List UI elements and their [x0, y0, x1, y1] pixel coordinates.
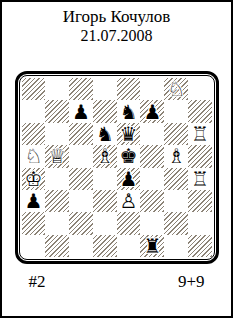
- square-b7: [45, 100, 69, 122]
- square-e7: ♞: [117, 100, 141, 122]
- square-h2: [188, 212, 212, 234]
- black-pawn-c7: ♟: [72, 102, 90, 122]
- square-b1: [45, 235, 69, 257]
- square-a2: [22, 212, 46, 234]
- square-g8: ♘: [164, 78, 188, 100]
- square-b8: [45, 78, 69, 100]
- chess-board-frame: ♘♟♞♟♞♛♖♘♕♗♚♗♔♟♖♟♙♜: [15, 71, 219, 264]
- square-a4: ♔: [22, 168, 46, 190]
- black-king-e5: ♚: [120, 146, 138, 166]
- square-g1: [164, 235, 188, 257]
- square-f8: [140, 78, 164, 100]
- square-c4: [69, 168, 93, 190]
- square-d8: [93, 78, 117, 100]
- square-b5: ♕: [45, 145, 69, 167]
- white-knight-a5: ♘: [24, 146, 42, 166]
- square-g3: [164, 190, 188, 212]
- square-h7: [188, 100, 212, 122]
- square-d7: [93, 100, 117, 122]
- square-b6: [45, 123, 69, 145]
- square-f3: [140, 190, 164, 212]
- square-d2: [93, 212, 117, 234]
- white-rook-h4: ♖: [191, 169, 209, 189]
- page: Игорь Кочулов 21.07.2008 ♘♟♞♟♞♛♖♘♕♗♚♗♔♟♖…: [0, 0, 233, 318]
- white-king-a4: ♔: [24, 169, 42, 189]
- square-a6: [22, 123, 46, 145]
- square-b3: [45, 190, 69, 212]
- square-g4: [164, 168, 188, 190]
- square-e1: [117, 235, 141, 257]
- square-g5: ♗: [164, 145, 188, 167]
- square-d1: [93, 235, 117, 257]
- square-a8: [22, 78, 46, 100]
- black-knight-d6: ♞: [96, 124, 114, 144]
- white-knight-g8: ♘: [167, 79, 185, 99]
- white-queen-b5: ♕: [48, 146, 66, 166]
- square-f5: [140, 145, 164, 167]
- composer-name: Игорь Кочулов: [2, 7, 231, 27]
- square-a7: [22, 100, 46, 122]
- square-h1: [188, 235, 212, 257]
- white-pawn-e3: ♙: [120, 191, 138, 211]
- square-f2: [140, 212, 164, 234]
- square-d6: ♞: [93, 123, 117, 145]
- square-a5: ♘: [22, 145, 46, 167]
- square-e4: ♟: [117, 168, 141, 190]
- square-h8: [188, 78, 212, 100]
- square-g2: [164, 212, 188, 234]
- square-d3: [93, 190, 117, 212]
- square-e3: ♙: [117, 190, 141, 212]
- chess-board-inner-frame: ♘♟♞♟♞♛♖♘♕♗♚♗♔♟♖♟♙♜: [19, 75, 215, 260]
- square-d4: [93, 168, 117, 190]
- caption-row: #2 9+9: [15, 272, 219, 292]
- black-pawn-f7: ♟: [143, 102, 161, 122]
- square-f7: ♟: [140, 100, 164, 122]
- square-f4: [140, 168, 164, 190]
- square-h4: ♖: [188, 168, 212, 190]
- square-f6: [140, 123, 164, 145]
- square-c8: [69, 78, 93, 100]
- square-e8: [117, 78, 141, 100]
- white-rook-h6: ♖: [191, 124, 209, 144]
- square-h3: [188, 190, 212, 212]
- black-pawn-a3: ♟: [24, 191, 42, 211]
- white-bishop-d5: ♗: [96, 146, 114, 166]
- square-b2: [45, 212, 69, 234]
- square-c3: [69, 190, 93, 212]
- square-e2: [117, 212, 141, 234]
- square-c5: [69, 145, 93, 167]
- square-c7: ♟: [69, 100, 93, 122]
- square-h5: [188, 145, 212, 167]
- square-e5: ♚: [117, 145, 141, 167]
- square-g7: [164, 100, 188, 122]
- square-b4: [45, 168, 69, 190]
- black-pawn-e4: ♟: [120, 169, 138, 189]
- publication-date: 21.07.2008: [2, 27, 231, 45]
- square-a1: [22, 235, 46, 257]
- square-d5: ♗: [93, 145, 117, 167]
- square-g6: [164, 123, 188, 145]
- black-queen-e6: ♛: [120, 124, 138, 144]
- square-h6: ♖: [188, 123, 212, 145]
- square-c6: [69, 123, 93, 145]
- stipulation: #2: [29, 272, 46, 292]
- white-bishop-g5: ♗: [167, 146, 185, 166]
- black-knight-e7: ♞: [120, 102, 138, 122]
- square-c1: [69, 235, 93, 257]
- black-rook-f1: ♜: [143, 236, 161, 256]
- square-c2: [69, 212, 93, 234]
- square-e6: ♛: [117, 123, 141, 145]
- material-count: 9+9: [178, 272, 205, 292]
- chess-board: ♘♟♞♟♞♛♖♘♕♗♚♗♔♟♖♟♙♜: [22, 78, 212, 257]
- square-a3: ♟: [22, 190, 46, 212]
- square-f1: ♜: [140, 235, 164, 257]
